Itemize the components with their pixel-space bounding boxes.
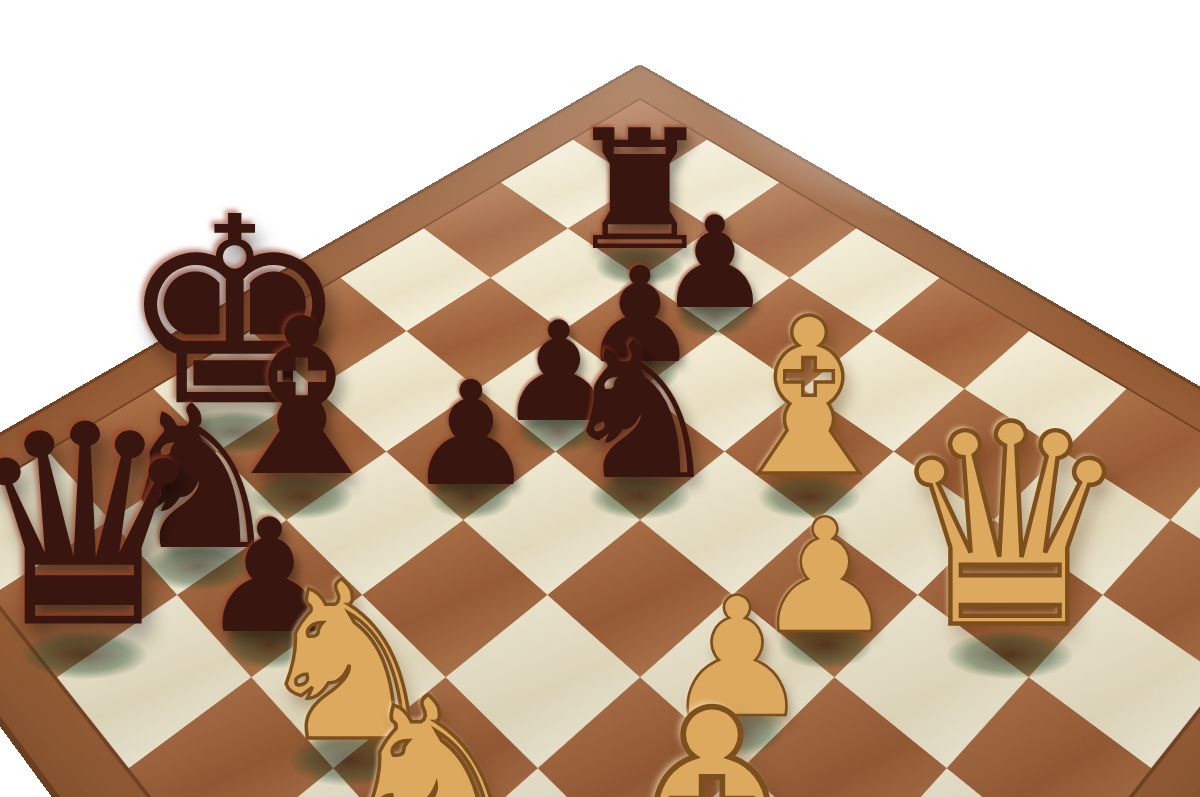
light-bishop[interactable]: ♝ (712, 293, 906, 505)
dark-queen[interactable]: ♛ (0, 392, 209, 664)
pieces-layer: ♜♟♟♟♟♟♞♞♝♚♛♝♛♟♟♞♞♝ (0, 0, 1200, 797)
light-knight[interactable]: ♞ (333, 670, 538, 797)
dark-knight[interactable]: ♞ (555, 320, 724, 505)
light-bishop[interactable]: ♝ (552, 669, 873, 797)
light-queen[interactable]: ♛ (886, 392, 1135, 664)
dark-pawn[interactable]: ♟ (406, 364, 535, 505)
chessboard-photo-scene: ♜♟♟♟♟♟♞♞♝♚♛♝♛♟♟♞♞♝ (0, 0, 1200, 797)
